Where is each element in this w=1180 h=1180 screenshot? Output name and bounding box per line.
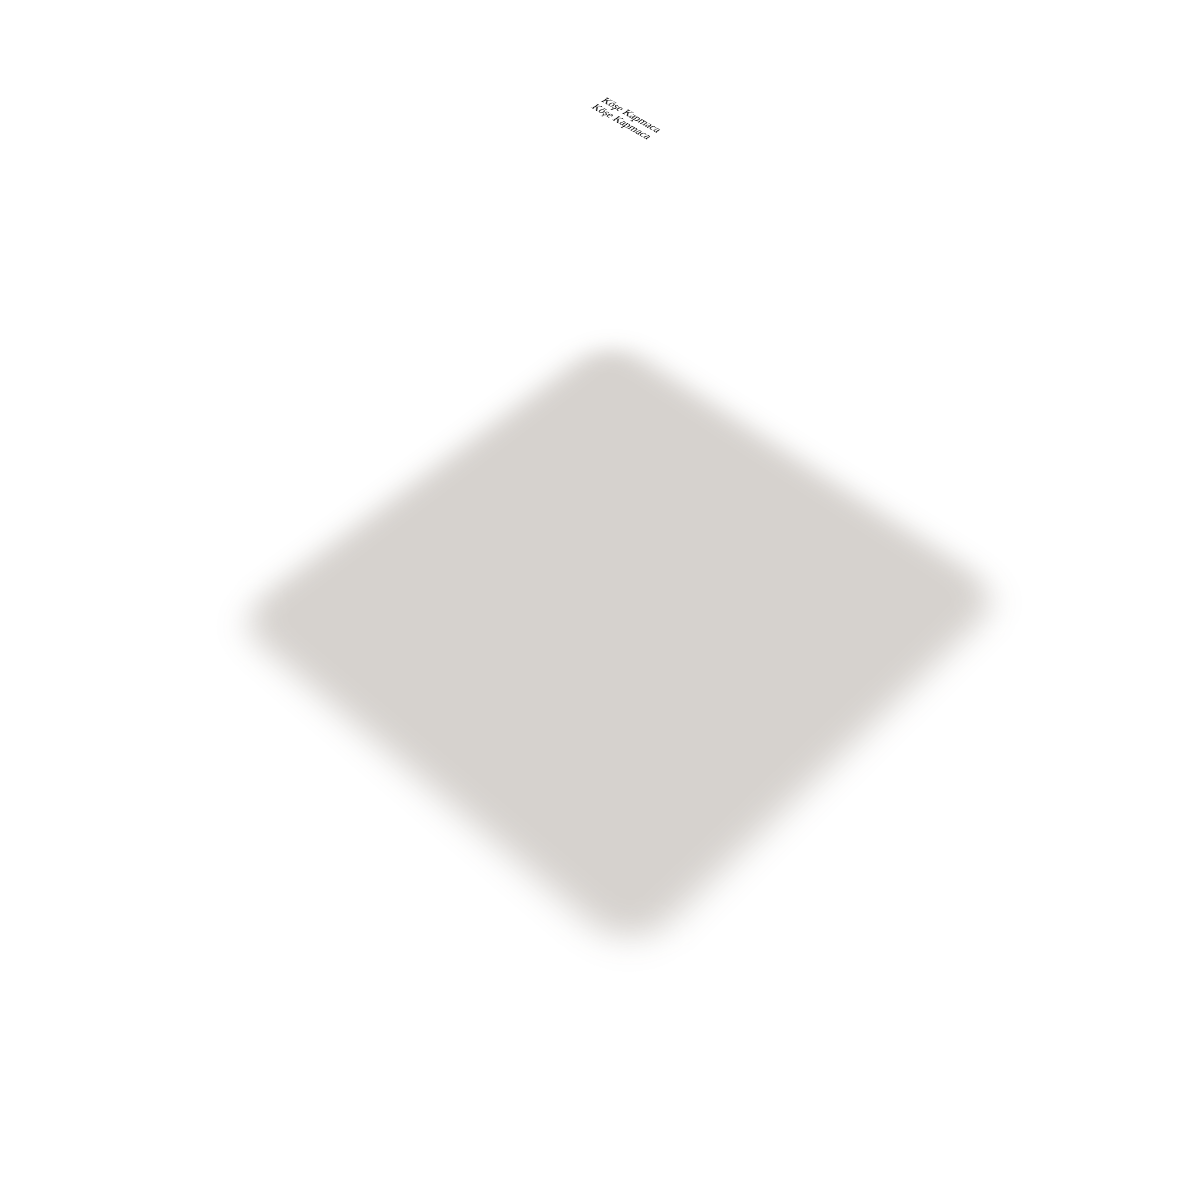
cube-yellow-r4c0 xyxy=(589,109,1180,568)
onboard-cubes-layer xyxy=(589,109,1180,568)
cube-left-face xyxy=(589,109,1180,568)
cube-right-face xyxy=(589,109,1180,568)
cube-left-face xyxy=(589,109,1180,568)
cube-shadow xyxy=(589,109,1180,568)
cube-right-face xyxy=(589,109,1180,568)
cube-left-face xyxy=(589,109,1180,568)
cube-green-r1c0 xyxy=(589,109,1180,568)
cube-top-face xyxy=(589,109,1180,568)
cube-left-face xyxy=(589,109,1180,568)
cube-red-table-9 xyxy=(589,109,1180,568)
cube-shadow xyxy=(589,109,1180,568)
cube-right-face xyxy=(589,109,1180,568)
cube-shadow xyxy=(589,109,1180,568)
cube-left-face xyxy=(589,109,1180,568)
cube-right-face xyxy=(589,109,1180,568)
cube-top-face xyxy=(589,109,1180,568)
cube-blue-r0c0 xyxy=(589,109,1180,568)
cube-top-face xyxy=(589,109,1180,568)
cube-top-face xyxy=(589,109,1180,568)
cube-green-table-2 xyxy=(589,109,1180,568)
cube-top-face xyxy=(589,109,1180,568)
cube-right-face xyxy=(589,109,1180,568)
cube-left-face xyxy=(589,109,1180,568)
cube-yellow-r1c1 xyxy=(589,109,1180,568)
cube-red-table-8 xyxy=(589,109,1180,568)
cube-shadow xyxy=(589,109,1180,568)
cube-red-r0c3 xyxy=(589,109,1180,568)
cube-top-face xyxy=(589,109,1180,568)
cube-shadow xyxy=(589,109,1180,568)
cube-right-face xyxy=(589,109,1180,568)
cube-top-face xyxy=(589,109,1180,568)
table-cubes-layer xyxy=(589,109,1180,568)
cube-left-face xyxy=(589,109,1180,568)
cube-top-face xyxy=(589,109,1180,568)
cube-shadow xyxy=(589,109,1180,568)
cube-shadow xyxy=(589,109,1180,568)
cube-right-face xyxy=(589,109,1180,568)
cube-shadow xyxy=(589,109,1180,568)
cube-shadow xyxy=(589,109,1180,568)
cube-shadow xyxy=(589,109,1180,568)
cube-top-face xyxy=(589,109,1180,568)
cube-top-face xyxy=(589,109,1180,568)
cube-top-face xyxy=(589,109,1180,568)
cube-left-face xyxy=(589,109,1180,568)
cube-right-face xyxy=(589,109,1180,568)
cube-left-face xyxy=(589,109,1180,568)
cube-left-face xyxy=(589,109,1180,568)
photo-stage: Köşe Kapmaca Köşe Kapmaca xyxy=(0,0,1180,1180)
cube-shadow xyxy=(589,109,1180,568)
cube-blue-table-0 xyxy=(589,109,1180,568)
cube-right-face xyxy=(589,109,1180,568)
cube-left-face xyxy=(589,109,1180,568)
cube-shadow xyxy=(589,109,1180,568)
cube-shadow xyxy=(589,109,1180,568)
cube-left-face xyxy=(589,109,1180,568)
cube-left-face xyxy=(589,109,1180,568)
cube-red-r2c0 xyxy=(589,109,1180,568)
cube-red-r0c1 xyxy=(589,109,1180,568)
cube-blue-r1c4 xyxy=(589,109,1180,568)
cube-left-face xyxy=(589,109,1180,568)
cube-top-face xyxy=(589,109,1180,568)
cube-right-face xyxy=(589,109,1180,568)
cube-right-face xyxy=(589,109,1180,568)
cube-shadow xyxy=(589,109,1180,568)
cube-left-face xyxy=(589,109,1180,568)
cube-green-margin-6 xyxy=(589,109,1180,568)
cube-right-face xyxy=(589,109,1180,568)
board-title-top: Köşe Kapmaca xyxy=(589,102,1180,568)
cube-yellow-table-1 xyxy=(589,109,1180,568)
cube-right-face xyxy=(589,109,1180,568)
cube-left-face xyxy=(589,109,1180,568)
cube-green-table-4 xyxy=(589,109,1180,568)
cube-yellow-r0c4 xyxy=(589,109,1180,568)
cube-shadow xyxy=(589,109,1180,568)
cube-top-face xyxy=(589,109,1180,568)
cube-right-face xyxy=(589,109,1180,568)
cube-top-face xyxy=(589,109,1180,568)
cube-top-face xyxy=(589,109,1180,568)
cube-right-face xyxy=(589,109,1180,568)
cube-right-face xyxy=(589,109,1180,568)
cube-right-face xyxy=(589,109,1180,568)
cube-blue-table-5 xyxy=(589,109,1180,568)
cube-left-face xyxy=(589,109,1180,568)
cube-shadow xyxy=(589,109,1180,568)
cube-yellow-r4c4 xyxy=(589,109,1180,568)
cube-shadow xyxy=(589,109,1180,568)
cube-left-face xyxy=(589,109,1180,568)
cube-top-face xyxy=(589,109,1180,568)
cube-right-face xyxy=(589,109,1180,568)
cube-shadow xyxy=(589,109,1180,568)
cube-shadow xyxy=(589,109,1180,568)
cube-right-face xyxy=(589,109,1180,568)
cube-blue-margin-3 xyxy=(589,109,1180,568)
cube-green-r2c2 xyxy=(589,109,1180,568)
cube-green-r1c3 xyxy=(589,109,1180,568)
cube-left-face xyxy=(589,109,1180,568)
cube-top-face xyxy=(589,109,1180,568)
cube-right-face xyxy=(589,109,1180,568)
cube-right-face xyxy=(589,109,1180,568)
cube-left-face xyxy=(589,109,1180,568)
cube-shadow xyxy=(589,109,1180,568)
camera-tilt-wrapper: Köşe Kapmaca Köşe Kapmaca xyxy=(15,0,1180,1180)
cube-shadow xyxy=(589,109,1180,568)
cube-right-face xyxy=(589,109,1180,568)
table-surface: Köşe Kapmaca Köşe Kapmaca xyxy=(0,96,1180,1180)
cube-top-face xyxy=(589,109,1180,568)
perspective-scene: Köşe Kapmaca Köşe Kapmaca xyxy=(15,0,1180,1180)
cube-left-face xyxy=(589,109,1180,568)
cube-top-face xyxy=(589,109,1180,568)
cube-blue-r4c2 xyxy=(589,109,1180,568)
cube-left-face xyxy=(589,109,1180,568)
cube-shadow xyxy=(589,109,1180,568)
cube-top-face xyxy=(589,109,1180,568)
cube-left-face xyxy=(589,109,1180,568)
cube-yellow-table-7 xyxy=(589,109,1180,568)
cube-right-face xyxy=(589,109,1180,568)
cube-shadow xyxy=(589,109,1180,568)
cube-left-face xyxy=(589,109,1180,568)
cube-top-face xyxy=(589,109,1180,568)
board-shadow xyxy=(231,337,1007,957)
cube-top-face xyxy=(589,109,1180,568)
cube-right-face xyxy=(589,109,1180,568)
cube-shadow xyxy=(589,109,1180,568)
cube-top-face xyxy=(589,109,1180,568)
cube-top-face xyxy=(589,109,1180,568)
cube-red-r2c4 xyxy=(589,109,1180,568)
